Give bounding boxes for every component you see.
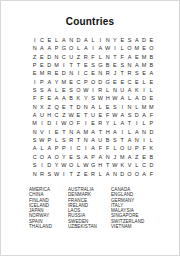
grid-cell: N	[140, 128, 147, 136]
grid-cell: M	[148, 103, 155, 111]
grid-cell: L	[97, 103, 104, 111]
grid-cell: L	[104, 86, 111, 94]
grid-cell: D	[148, 161, 155, 169]
grid-cell: B	[148, 153, 155, 161]
grid-cell: A	[140, 111, 147, 119]
grid-cell: E	[111, 61, 118, 69]
grid-cell: A	[60, 94, 67, 102]
grid-cell: D	[97, 78, 104, 86]
grid-cell: A	[97, 44, 104, 52]
grid-cell: M	[60, 78, 67, 86]
grid-cell: E	[104, 103, 111, 111]
grid-cell: S	[89, 94, 96, 102]
grid-cell: G	[104, 78, 111, 86]
grid-cell: H	[104, 128, 111, 136]
grid-cell: L	[53, 86, 60, 94]
grid-cell: O	[126, 170, 133, 178]
grid-cell: E	[148, 94, 155, 102]
grid-cell: D	[119, 170, 126, 178]
grid-cell: I	[46, 128, 53, 136]
word-list: AMERICACHINAFINLANDICELANDJAPANNORWAYSPA…	[29, 187, 161, 229]
grid-cell: T	[126, 119, 133, 127]
grid-cell: C	[75, 78, 82, 86]
grid-cell: N	[67, 69, 74, 77]
grid-cell: M	[82, 128, 89, 136]
grid-cell: E	[89, 119, 96, 127]
grid-cell: N	[111, 86, 118, 94]
grid-cell: T	[97, 128, 104, 136]
grid-cell: L	[133, 161, 140, 169]
grid-cell: L	[75, 161, 82, 169]
grid-cell: A	[126, 53, 133, 61]
grid-cell: S	[119, 61, 126, 69]
grid-cell: E	[89, 69, 96, 77]
grid-cell: S	[31, 86, 38, 94]
grid-cell: W	[104, 44, 111, 52]
grid-cell: X	[38, 103, 45, 111]
grid-cell: Y	[111, 36, 118, 44]
grid-cell: E	[67, 153, 74, 161]
grid-cell: H	[104, 94, 111, 102]
grid-cell: F	[104, 111, 111, 119]
grid-cell: O	[53, 153, 60, 161]
grid-cell: F	[148, 170, 155, 178]
grid-cell: G	[97, 61, 104, 69]
grid-cell: K	[119, 161, 126, 169]
grid-cell: L	[97, 53, 104, 61]
grid-cell: M	[140, 53, 147, 61]
grid-cell: A	[119, 94, 126, 102]
grid-cell: E	[140, 153, 147, 161]
grid-cell: E	[111, 78, 118, 86]
grid-cell: E	[38, 61, 45, 69]
grid-cell: D	[60, 69, 67, 77]
grid-cell: F	[31, 94, 38, 102]
puzzle-title: Countries	[1, 16, 179, 27]
grid-cell: E	[140, 69, 147, 77]
grid-cell: D	[75, 36, 82, 44]
grid-cell: M	[140, 103, 147, 111]
word-grid: ICELANDALINYESADENAAPGOLAIAWILOMEOZEDNCU…	[31, 36, 155, 178]
grid-cell: O	[67, 119, 74, 127]
grid-cell: Z	[133, 153, 140, 161]
grid-cell: O	[38, 153, 45, 161]
grid-cell: N	[133, 136, 140, 144]
grid-cell: E	[38, 53, 45, 61]
grid-cell: P	[31, 61, 38, 69]
grid-cell: R	[104, 69, 111, 77]
grid-cell: I	[75, 69, 82, 77]
grid-cell: A	[111, 128, 118, 136]
grid-cell: E	[53, 69, 60, 77]
grid-cell: L	[111, 144, 118, 152]
grid-cell: B	[67, 94, 74, 102]
grid-cell: D	[46, 53, 53, 61]
grid-cell: O	[75, 86, 82, 94]
grid-cell: I	[31, 36, 38, 44]
grid-cell: L	[119, 44, 126, 52]
grid-cell: W	[82, 86, 89, 94]
grid-cell: S	[126, 111, 133, 119]
worksheet-page: Countries ICELANDALINYESADENAAPGOLAIAWIL…	[0, 0, 180, 256]
grid-cell: A	[38, 44, 45, 52]
grid-cell: U	[97, 136, 104, 144]
grid-cell: N	[67, 128, 74, 136]
grid-cell: A	[126, 153, 133, 161]
grid-cell: T	[75, 136, 82, 144]
grid-cell: R	[67, 136, 74, 144]
grid-cell: P	[133, 144, 140, 152]
grid-cell: E	[119, 36, 126, 44]
grid-cell: G	[60, 44, 67, 52]
grid-cell: A	[31, 111, 38, 119]
grid-cell: O	[119, 144, 126, 152]
grid-cell: L	[97, 170, 104, 178]
grid-cell: U	[126, 144, 133, 152]
grid-cell: L	[133, 103, 140, 111]
grid-cell: C	[60, 53, 67, 61]
grid-cell: N	[31, 44, 38, 52]
grid-cell: M	[133, 44, 140, 52]
grid-cell: R	[89, 170, 96, 178]
grid-cell: M	[31, 119, 38, 127]
grid-cell: A	[89, 103, 96, 111]
grid-cell: B	[148, 61, 155, 69]
grid-cell: E	[82, 170, 89, 178]
grid-cell: D	[46, 119, 53, 127]
grid-cell: L	[53, 136, 60, 144]
grid-cell: D	[46, 61, 53, 69]
grid-cell: O	[67, 44, 74, 52]
grid-cell: D	[46, 161, 53, 169]
grid-cell: R	[82, 53, 89, 61]
grid-cell: Q	[53, 103, 60, 111]
grid-cell: I	[89, 86, 96, 94]
grid-cell: U	[89, 111, 96, 119]
grid-cell: M	[119, 153, 126, 161]
grid-cell: R	[46, 69, 53, 77]
grid-cell: W	[38, 136, 45, 144]
grid-cell: D	[140, 94, 147, 102]
grid-cell: I	[119, 103, 126, 111]
grid-cell: U	[67, 53, 74, 61]
grid-cell: W	[67, 111, 74, 119]
grid-cell: T	[119, 69, 126, 77]
grid-cell: D	[75, 103, 82, 111]
grid-cell: E	[31, 69, 38, 77]
grid-cell: K	[133, 86, 140, 94]
grid-cell: Z	[75, 170, 82, 178]
grid-cell: L	[126, 94, 133, 102]
grid-cell: T	[111, 53, 118, 61]
grid-cell: A	[89, 136, 96, 144]
grid-cell: D	[140, 36, 147, 44]
grid-cell: N	[31, 128, 38, 136]
grid-cell: I	[140, 136, 147, 144]
grid-cell: R	[97, 86, 104, 94]
grid-cell: A	[133, 94, 140, 102]
grid-cell: P	[148, 119, 155, 127]
grid-cell: E	[148, 78, 155, 86]
grid-cell: S	[111, 103, 118, 111]
grid-cell: E	[119, 78, 126, 86]
grid-cell: A	[82, 44, 89, 52]
grid-cell: Y	[53, 78, 60, 86]
grid-cell: L	[140, 119, 147, 127]
grid-cell: M	[38, 69, 45, 77]
grid-cell: I	[53, 119, 60, 127]
grid-cell: W	[111, 94, 118, 102]
grid-cell: I	[67, 144, 74, 152]
grid-cell: K	[148, 144, 155, 152]
grid-cell: E	[148, 36, 155, 44]
grid-cell: I	[31, 78, 38, 86]
grid-cell: P	[53, 144, 60, 152]
grid-cell: A	[133, 128, 140, 136]
grid-cell: L	[126, 128, 133, 136]
grid-cell: S	[31, 161, 38, 169]
word-item: VIETNAM	[111, 224, 161, 229]
grid-cell: O	[133, 170, 140, 178]
grid-cell: R	[97, 119, 104, 127]
grid-cell: N	[31, 170, 38, 178]
grid-cell: A	[119, 119, 126, 127]
grid-cell: P	[89, 153, 96, 161]
grid-cell: R	[38, 170, 45, 178]
grid-cell: C	[126, 78, 133, 86]
grid-cell: A	[119, 111, 126, 119]
grid-cell: I	[60, 61, 67, 69]
grid-cell: W	[111, 111, 118, 119]
grid-cell: P	[82, 78, 89, 86]
grid-cell: A	[148, 69, 155, 77]
grid-cell: G	[89, 161, 96, 169]
grid-cell: W	[97, 94, 104, 102]
grid-cell: B	[104, 61, 111, 69]
grid-cell: N	[126, 103, 133, 111]
grid-cell: H	[97, 161, 104, 169]
grid-cell: T	[82, 111, 89, 119]
grid-cell: R	[126, 69, 133, 77]
grid-cell: A	[46, 86, 53, 94]
grid-cell: I	[82, 144, 89, 152]
grid-cell: I	[38, 119, 45, 127]
grid-cell: E	[75, 111, 82, 119]
grid-cell: F	[97, 144, 104, 152]
grid-cell: E	[53, 128, 60, 136]
grid-cell: Y	[104, 119, 111, 127]
grid-cell: N	[104, 36, 111, 44]
grid-cell: U	[119, 86, 126, 94]
grid-cell: A	[89, 128, 96, 136]
grid-cell: D	[133, 111, 140, 119]
grid-cell: N	[97, 69, 104, 77]
grid-cell: A	[53, 94, 60, 102]
grid-cell: A	[133, 61, 140, 69]
grid-cell: F	[38, 94, 45, 102]
grid-cell: I	[97, 36, 104, 44]
grid-cell: V	[38, 128, 45, 136]
grid-cell: F	[140, 144, 147, 152]
grid-cell: A	[75, 128, 82, 136]
grid-cell: P	[53, 44, 60, 52]
grid-cell: P	[46, 136, 53, 144]
grid-cell: A	[126, 136, 133, 144]
grid-cell: N	[31, 103, 38, 111]
grid-cell: Z	[75, 53, 82, 61]
grid-cell: K	[75, 94, 82, 102]
grid-cell: A	[31, 144, 38, 152]
grid-cell: F	[89, 53, 96, 61]
grid-cell: T	[67, 103, 74, 111]
grid-cell: P	[60, 144, 67, 152]
grid-cell: O	[126, 44, 133, 52]
grid-cell: S	[60, 136, 67, 144]
grid-cell: A	[46, 44, 53, 52]
grid-cell: S	[133, 69, 140, 77]
grid-cell: E	[60, 86, 67, 94]
grid-cell: T	[60, 128, 67, 136]
grid-cell: A	[140, 170, 147, 178]
grid-cell: W	[60, 119, 67, 127]
grid-cell: L	[140, 78, 147, 86]
grid-cell: P	[38, 78, 45, 86]
grid-cell: S	[126, 36, 133, 44]
grid-cell: A	[97, 153, 104, 161]
grid-cell: A	[82, 153, 89, 161]
grid-cell: N	[82, 136, 89, 144]
grid-cell: O	[67, 161, 74, 169]
grid-cell: B	[148, 53, 155, 61]
grid-cell: J	[111, 153, 118, 161]
grid-cell: S	[89, 61, 96, 69]
grid-cell: I	[89, 44, 96, 52]
word-item: UZBEKISTAN	[68, 224, 111, 229]
grid-cell: I	[38, 161, 45, 169]
grid-cell: A	[89, 144, 96, 152]
grid-cell: L	[148, 136, 155, 144]
grid-cell: T	[67, 170, 74, 178]
grid-cell: O	[89, 78, 96, 86]
grid-cell: N	[67, 36, 74, 44]
grid-cell: B	[104, 136, 111, 144]
grid-cell: N	[104, 53, 111, 61]
grid-cell: C	[31, 153, 38, 161]
grid-cell: S	[31, 136, 38, 144]
grid-cell: A	[104, 170, 111, 178]
grid-cell: E	[46, 94, 53, 102]
grid-cell: I	[82, 119, 89, 127]
grid-cell: N	[111, 170, 118, 178]
grid-cell: A	[60, 36, 67, 44]
grid-cell: L	[148, 86, 155, 94]
grid-cell: N	[104, 153, 111, 161]
grid-cell: C	[140, 161, 147, 169]
grid-cell: T	[67, 61, 74, 69]
grid-cell: S	[111, 136, 118, 144]
grid-cell: E	[97, 111, 104, 119]
grid-cell: M	[140, 61, 147, 69]
grid-cell: T	[104, 161, 111, 169]
grid-cell: S	[46, 170, 53, 178]
grid-cell: N	[53, 53, 60, 61]
grid-cell: C	[75, 144, 82, 152]
grid-cell: W	[53, 170, 60, 178]
grid-cell: U	[38, 111, 45, 119]
grid-cell: C	[38, 36, 45, 44]
grid-cell: Y	[60, 153, 67, 161]
grid-cell: I	[111, 44, 118, 52]
grid-cell: A	[126, 86, 133, 94]
grid-cell: C	[53, 111, 60, 119]
grid-cell: N	[82, 103, 89, 111]
grid-cell: Z	[31, 53, 38, 61]
grid-cell: A	[46, 78, 53, 86]
grid-cell: A	[133, 36, 140, 44]
grid-cell: I	[119, 128, 126, 136]
grid-cell: S	[75, 153, 82, 161]
grid-cell: W	[60, 161, 67, 169]
grid-cell: E	[133, 78, 140, 86]
grid-cell: F	[104, 144, 111, 152]
grid-cell: L	[111, 119, 118, 127]
grid-cell: F	[75, 119, 82, 127]
grid-cell: V	[126, 161, 133, 169]
grid-cell: H	[46, 111, 53, 119]
grid-cell: I	[60, 170, 67, 178]
grid-cell: A	[82, 36, 89, 44]
grid-cell: L	[75, 44, 82, 52]
grid-cell: E	[82, 61, 89, 69]
grid-cell: Z	[60, 111, 67, 119]
grid-cell: O	[148, 44, 155, 52]
grid-cell: L	[53, 36, 60, 44]
grid-cell: A	[46, 144, 53, 152]
grid-cell: Y	[82, 94, 89, 102]
grid-cell: E	[140, 44, 147, 52]
grid-cell: L	[89, 36, 96, 44]
grid-cell: S	[38, 86, 45, 94]
grid-cell: A	[46, 153, 53, 161]
grid-cell: L	[38, 144, 45, 152]
grid-cell: F	[119, 53, 126, 61]
grid-cell: E	[60, 103, 67, 111]
grid-cell: D	[148, 128, 155, 136]
grid-cell: E	[67, 78, 74, 86]
grid-cell: Z	[46, 103, 53, 111]
grid-cell: I	[140, 86, 147, 94]
grid-cell: S	[67, 86, 74, 94]
grid-cell: T	[119, 136, 126, 144]
grid-cell: F	[148, 111, 155, 119]
grid-cell: N	[126, 61, 133, 69]
grid-cell: W	[82, 161, 89, 169]
grid-cell: C	[82, 69, 89, 77]
grid-cell: E	[133, 53, 140, 61]
word-item: THAILAND	[29, 224, 68, 229]
grid-cell: W	[111, 161, 118, 169]
grid-cell: E	[46, 36, 53, 44]
grid-cell: I	[133, 119, 140, 127]
grid-cell: M	[53, 61, 60, 69]
grid-cell: Y	[53, 161, 60, 169]
grid-cell: T	[75, 61, 82, 69]
grid-cell: J	[111, 69, 118, 77]
